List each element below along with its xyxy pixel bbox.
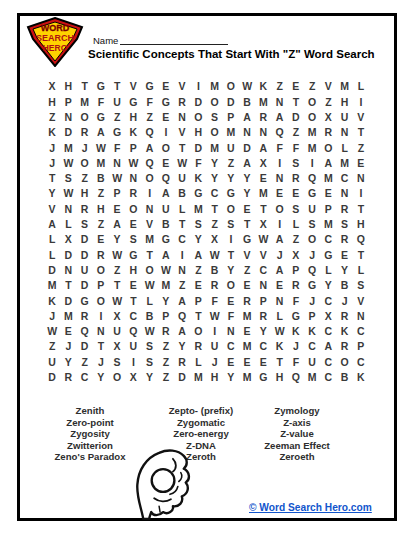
- grid-cell: E: [288, 186, 304, 201]
- grid-cell: E: [288, 79, 304, 94]
- grid-cell: Y: [337, 263, 353, 278]
- grid-cell: F: [207, 293, 223, 308]
- grid-cell: Y: [223, 263, 239, 278]
- grid-cell: R: [77, 308, 93, 323]
- grid-cell: C: [353, 354, 369, 369]
- grid-cell: W: [125, 155, 141, 170]
- grid-cell: S: [337, 217, 353, 232]
- grid-cell: S: [288, 155, 304, 170]
- grid-cell: L: [190, 354, 206, 369]
- grid-cell: O: [223, 79, 239, 94]
- grid-cell: Y: [255, 324, 271, 339]
- grid-cell: Z: [77, 171, 93, 186]
- grid-cell: J: [44, 308, 60, 323]
- grid-cell: W: [109, 293, 125, 308]
- grid-cell: W: [239, 79, 255, 94]
- grid-cell: C: [207, 186, 223, 201]
- grid-cell: L: [44, 232, 60, 247]
- grid-cell: X: [288, 247, 304, 262]
- grid-cell: D: [77, 232, 93, 247]
- grid-cell: H: [125, 110, 141, 125]
- grid-cell: M: [337, 155, 353, 170]
- grid-cell: O: [320, 140, 336, 155]
- grid-cell: G: [142, 79, 158, 94]
- grid-cell: M: [158, 278, 174, 293]
- grid-cell: N: [272, 171, 288, 186]
- grid-cell: C: [174, 232, 190, 247]
- grid-cell: E: [337, 247, 353, 262]
- grid-cell: U: [304, 201, 320, 216]
- grid-cell: N: [174, 263, 190, 278]
- grid-cell: K: [304, 324, 320, 339]
- grid-cell: Z: [109, 263, 125, 278]
- grid-cell: N: [255, 125, 271, 140]
- grid-cell: R: [337, 201, 353, 216]
- grid-cell: F: [190, 155, 206, 170]
- grid-cell: J: [93, 354, 109, 369]
- grid-cell: G: [158, 94, 174, 109]
- word-list-item: Z-axis: [237, 417, 357, 429]
- grid-cell: R: [125, 186, 141, 201]
- grid-cell: W: [158, 263, 174, 278]
- grid-cell: U: [207, 339, 223, 354]
- grid-cell: H: [337, 94, 353, 109]
- grid-cell: E: [109, 201, 125, 216]
- grid-cell: Y: [239, 186, 255, 201]
- grid-cell: D: [77, 278, 93, 293]
- grid-cell: J: [60, 339, 76, 354]
- grid-cell: A: [272, 110, 288, 125]
- grid-cell: N: [272, 293, 288, 308]
- grid-cell: A: [158, 247, 174, 262]
- grid-cell: G: [190, 186, 206, 201]
- grid-cell: Z: [353, 140, 369, 155]
- grid-cell: T: [142, 247, 158, 262]
- grid-cell: Q: [142, 125, 158, 140]
- grid-cell: Y: [207, 155, 223, 170]
- grid-cell: K: [353, 370, 369, 385]
- grid-cell: T: [109, 79, 125, 94]
- grid-cell: Z: [207, 217, 223, 232]
- grid-cell: T: [207, 201, 223, 216]
- grid-cell: L: [174, 201, 190, 216]
- grid-cell: S: [304, 217, 320, 232]
- grid-cell: U: [44, 354, 60, 369]
- grid-cell: Y: [223, 171, 239, 186]
- grid-cell: B: [93, 171, 109, 186]
- grid-cell: L: [353, 79, 369, 94]
- grid-cell: H: [44, 94, 60, 109]
- grid-cell: H: [93, 201, 109, 216]
- grid-cell: D: [190, 94, 206, 109]
- grid-cell: A: [320, 155, 336, 170]
- grid-cell: N: [142, 201, 158, 216]
- grid-cell: A: [174, 324, 190, 339]
- grid-cell: C: [255, 263, 271, 278]
- grid-cell: M: [337, 79, 353, 94]
- grid-cell: T: [353, 247, 369, 262]
- grid-cell: N: [125, 171, 141, 186]
- grid-cell: W: [255, 232, 271, 247]
- word-list-item: Zymology: [237, 405, 357, 417]
- grid-cell: M: [304, 140, 320, 155]
- grid-cell: O: [93, 263, 109, 278]
- grid-cell: E: [158, 155, 174, 170]
- grid-cell: A: [174, 293, 190, 308]
- grid-cell: M: [239, 308, 255, 323]
- grid-cell: L: [353, 263, 369, 278]
- grid-cell: M: [77, 94, 93, 109]
- grid-cell: G: [288, 308, 304, 323]
- grid-cell: X: [320, 308, 336, 323]
- grid-cell: S: [109, 354, 125, 369]
- grid-cell: L: [272, 308, 288, 323]
- grid-cell: O: [109, 370, 125, 385]
- grid-cell: R: [174, 94, 190, 109]
- grid-cell: Y: [320, 278, 336, 293]
- grid-cell: W: [142, 278, 158, 293]
- grid-cell: C: [255, 339, 271, 354]
- logo-text-hero: HERO: [43, 43, 68, 53]
- grid-cell: Y: [142, 370, 158, 385]
- grid-cell: Z: [320, 94, 336, 109]
- grid-cell: O: [125, 201, 141, 216]
- grid-cell: O: [223, 201, 239, 216]
- grid-cell: J: [207, 354, 223, 369]
- grid-cell: T: [288, 94, 304, 109]
- grid-cell: J: [304, 293, 320, 308]
- grid-cell: C: [320, 324, 336, 339]
- grid-cell: P: [190, 293, 206, 308]
- grid-cell: F: [288, 293, 304, 308]
- grid-cell: A: [320, 339, 336, 354]
- grid-cell: O: [190, 110, 206, 125]
- grid-cell: O: [304, 110, 320, 125]
- grid-cell: D: [77, 339, 93, 354]
- grid-cell: I: [272, 217, 288, 232]
- grid-cell: N: [239, 125, 255, 140]
- grid-cell: B: [174, 186, 190, 201]
- grid-cell: K: [190, 171, 206, 186]
- copyright-link[interactable]: © Word Search Hero.com: [249, 502, 372, 513]
- grid-cell: T: [223, 247, 239, 262]
- grid-cell: H: [207, 370, 223, 385]
- grid-cell: C: [77, 370, 93, 385]
- grid-cell: K: [337, 324, 353, 339]
- word-list-item: Zygosity: [30, 428, 150, 440]
- grid-cell: J: [288, 339, 304, 354]
- grid-cell: N: [272, 94, 288, 109]
- grid-cell: T: [125, 293, 141, 308]
- grid-cell: Z: [288, 125, 304, 140]
- grid-cell: D: [223, 94, 239, 109]
- grid-cell: I: [353, 94, 369, 109]
- grid-cell: E: [190, 278, 206, 293]
- grid-cell: E: [239, 278, 255, 293]
- grid-cell: N: [93, 324, 109, 339]
- grid-cell: D: [288, 110, 304, 125]
- grid-cell: R: [77, 201, 93, 216]
- grid-cell: U: [109, 94, 125, 109]
- grid-cell: N: [337, 125, 353, 140]
- grid-cell: T: [272, 354, 288, 369]
- grid-cell: I: [174, 247, 190, 262]
- grid-cell: K: [125, 125, 141, 140]
- grid-cell: M: [239, 339, 255, 354]
- grid-cell: Z: [109, 110, 125, 125]
- grid-cell: P: [223, 110, 239, 125]
- grid-cell: M: [255, 186, 271, 201]
- grid-cell: Y: [60, 354, 76, 369]
- grid-cell: X: [207, 232, 223, 247]
- grid-cell: Z: [239, 263, 255, 278]
- grid-cell: V: [174, 125, 190, 140]
- grid-cell: R: [207, 278, 223, 293]
- grid-cell: N: [60, 201, 76, 216]
- grid-cell: N: [60, 110, 76, 125]
- logo-text-search: SEARCH: [36, 33, 74, 43]
- grid-cell: R: [77, 125, 93, 140]
- grid-cell: W: [142, 324, 158, 339]
- grid-cell: W: [207, 308, 223, 323]
- name-input-line: [120, 28, 228, 45]
- grid-cell: Q: [125, 324, 141, 339]
- grid-cell: X: [60, 232, 76, 247]
- grid-cell: M: [255, 94, 271, 109]
- grid-cell: H: [353, 217, 369, 232]
- grid-cell: M: [207, 79, 223, 94]
- grid-cell: V: [44, 201, 60, 216]
- grid-cell: R: [255, 308, 271, 323]
- grid-cell: F: [288, 140, 304, 155]
- grid-cell: T: [190, 308, 206, 323]
- grid-cell: M: [320, 171, 336, 186]
- grid-cell: F: [288, 354, 304, 369]
- grid-cell: D: [239, 140, 255, 155]
- grid-cell: Z: [272, 79, 288, 94]
- grid-cell: V: [239, 247, 255, 262]
- grid-cell: Y: [93, 370, 109, 385]
- grid-cell: O: [304, 232, 320, 247]
- grid-cell: C: [320, 354, 336, 369]
- grid-cell: W: [272, 324, 288, 339]
- grid-cell: M: [223, 125, 239, 140]
- grid-cell: P: [60, 94, 76, 109]
- grid-cell: C: [223, 339, 239, 354]
- grid-cell: B: [239, 94, 255, 109]
- grid-cell: D: [77, 247, 93, 262]
- grid-cell: M: [190, 370, 206, 385]
- grid-cell: M: [239, 370, 255, 385]
- grid-cell: J: [44, 140, 60, 155]
- grid-cell: R: [255, 110, 271, 125]
- grid-cell: K: [44, 125, 60, 140]
- grid-cell: T: [174, 217, 190, 232]
- grid-cell: Q: [142, 155, 158, 170]
- grid-cell: O: [158, 140, 174, 155]
- grid-cell: U: [174, 171, 190, 186]
- grid-cell: O: [93, 293, 109, 308]
- grid-cell: Y: [239, 171, 255, 186]
- grid-cell: I: [304, 155, 320, 170]
- grid-cell: W: [207, 247, 223, 262]
- grid-cell: G: [304, 278, 320, 293]
- grid-cell: Q: [304, 263, 320, 278]
- grid-cell: R: [158, 324, 174, 339]
- grid-cell: W: [93, 140, 109, 155]
- grid-cell: E: [93, 232, 109, 247]
- grid-cell: W: [44, 324, 60, 339]
- grid-cell: K: [288, 324, 304, 339]
- grid-cell: Y: [207, 171, 223, 186]
- grid-cell: P: [93, 278, 109, 293]
- grid-cell: V: [353, 110, 369, 125]
- grid-cell: O: [337, 354, 353, 369]
- grid-cell: W: [109, 247, 125, 262]
- grid-cell: A: [142, 140, 158, 155]
- grid-cell: F: [109, 140, 125, 155]
- name-label: Name: [93, 35, 118, 46]
- grid-cell: A: [190, 247, 206, 262]
- grid-cell: Y: [158, 293, 174, 308]
- grid-cell: E: [255, 354, 271, 369]
- grid-cell: A: [272, 232, 288, 247]
- grid-cell: V: [174, 79, 190, 94]
- grid-cell: B: [158, 217, 174, 232]
- grid-cell: Z: [142, 110, 158, 125]
- grid-cell: F: [272, 140, 288, 155]
- word-list-item: Zeeman Effect: [237, 440, 357, 452]
- word-search-hero-logo: WORD SEARCH HERO: [25, 17, 85, 67]
- grid-cell: E: [158, 79, 174, 94]
- grid-cell: P: [288, 263, 304, 278]
- grid-cell: Z: [304, 79, 320, 94]
- word-list-item: Z-value: [237, 428, 357, 440]
- grid-cell: E: [60, 324, 76, 339]
- grid-cell: Y: [174, 339, 190, 354]
- grid-cell: I: [190, 79, 206, 94]
- grid-cell: B: [337, 370, 353, 385]
- grid-cell: E: [239, 324, 255, 339]
- grid-cell: O: [272, 201, 288, 216]
- grid-cell: I: [207, 324, 223, 339]
- grid-cell: A: [239, 110, 255, 125]
- grid-cell: U: [109, 324, 125, 339]
- grid-cell: Z: [288, 232, 304, 247]
- grid-cell: T: [174, 140, 190, 155]
- grid-cell: X: [255, 217, 271, 232]
- grid-cell: R: [60, 370, 76, 385]
- grid-cell: P: [304, 308, 320, 323]
- grid-cell: R: [337, 339, 353, 354]
- grid-cell: M: [320, 217, 336, 232]
- grid-cell: D: [44, 370, 60, 385]
- grid-cell: R: [174, 354, 190, 369]
- grid-cell: Z: [158, 354, 174, 369]
- grid-cell: V: [320, 79, 336, 94]
- grid-cell: S: [77, 217, 93, 232]
- grid-cell: A: [272, 263, 288, 278]
- grid-cell: A: [109, 217, 125, 232]
- grid-cell: J: [272, 247, 288, 262]
- grid-cell: E: [320, 186, 336, 201]
- grid-cell: U: [304, 354, 320, 369]
- grid-cell: U: [337, 110, 353, 125]
- grid-cell: G: [239, 232, 255, 247]
- grid-cell: T: [353, 201, 369, 216]
- grid-cell: Z: [174, 278, 190, 293]
- grid-cell: I: [125, 354, 141, 369]
- grid-cell: O: [190, 324, 206, 339]
- grid-cell: A: [44, 217, 60, 232]
- grid-cell: D: [60, 125, 76, 140]
- logo-text-word: WORD: [41, 23, 70, 33]
- grid-cell: H: [77, 186, 93, 201]
- grid-cell: F: [142, 94, 158, 109]
- grid-cell: H: [272, 370, 288, 385]
- grid-cell: Q: [304, 171, 320, 186]
- grid-cell: I: [223, 232, 239, 247]
- grid-cell: T: [77, 79, 93, 94]
- grid-cell: S: [207, 110, 223, 125]
- grid-cell: E: [255, 171, 271, 186]
- grid-cell: K: [255, 79, 271, 94]
- grid-cell: X: [109, 308, 125, 323]
- grid-cell: J: [44, 155, 60, 170]
- grid-cell: W: [109, 171, 125, 186]
- grid-cell: L: [60, 217, 76, 232]
- grid-cell: L: [320, 263, 336, 278]
- grid-cell: D: [190, 140, 206, 155]
- grid-cell: G: [304, 186, 320, 201]
- grid-cell: A: [158, 186, 174, 201]
- grid-cell: E: [223, 293, 239, 308]
- grid-cell: U: [223, 140, 239, 155]
- grid-cell: R: [337, 308, 353, 323]
- grid-cell: G: [255, 370, 271, 385]
- grid-cell: E: [158, 110, 174, 125]
- grid-cell: R: [288, 171, 304, 186]
- grid-cell: C: [353, 324, 369, 339]
- grid-cell: Q: [174, 308, 190, 323]
- grid-cell: F: [223, 308, 239, 323]
- grid-cell: T: [109, 278, 125, 293]
- grid-cell: G: [125, 247, 141, 262]
- grid-cell: T: [93, 339, 109, 354]
- grid-cell: S: [60, 171, 76, 186]
- grid-cell: C: [304, 339, 320, 354]
- grid-cell: J: [304, 247, 320, 262]
- grid-cell: B: [207, 263, 223, 278]
- grid-cell: L: [142, 293, 158, 308]
- grid-cell: P: [320, 201, 336, 216]
- grid-cell: I: [142, 186, 158, 201]
- grid-cell: S: [125, 232, 141, 247]
- grid-cell: X: [109, 339, 125, 354]
- grid-cell: K: [44, 293, 60, 308]
- grid-cell: M: [190, 201, 206, 216]
- grid-cell: S: [223, 217, 239, 232]
- grid-cell: O: [77, 155, 93, 170]
- grid-cell: R: [190, 339, 206, 354]
- grid-cell: P: [125, 140, 141, 155]
- grid-cell: C: [337, 171, 353, 186]
- grid-cell: R: [320, 125, 336, 140]
- grid-cell: O: [142, 263, 158, 278]
- grid-cell: V: [353, 293, 369, 308]
- grid-cell: I: [353, 186, 369, 201]
- grid-cell: Z: [190, 263, 206, 278]
